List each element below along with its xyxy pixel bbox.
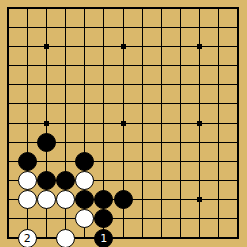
black-stone xyxy=(75,152,94,171)
star-point xyxy=(44,121,49,126)
black-stone xyxy=(75,190,94,209)
grid-line-horizontal xyxy=(7,161,239,162)
star-point xyxy=(197,44,202,49)
grid-line-vertical xyxy=(161,7,162,239)
white-stone xyxy=(56,229,75,247)
star-point xyxy=(197,121,202,126)
black-stone xyxy=(114,190,133,209)
black-stone xyxy=(94,190,113,209)
grid-line-vertical xyxy=(218,7,219,239)
black-stone xyxy=(94,209,113,228)
move-number-label: 2 xyxy=(24,233,31,244)
star-point xyxy=(197,197,202,202)
grid-line-vertical xyxy=(180,7,181,239)
grid-line-horizontal xyxy=(7,237,239,239)
star-point xyxy=(44,44,49,49)
white-stone xyxy=(56,190,75,209)
black-stone xyxy=(56,171,75,190)
grid-line-vertical xyxy=(142,7,143,239)
black-stone xyxy=(37,171,56,190)
grid-line-vertical xyxy=(237,7,239,239)
black-stone: 1 xyxy=(94,229,113,247)
white-stone xyxy=(37,190,56,209)
white-stone xyxy=(18,171,37,190)
white-stone xyxy=(75,209,94,228)
black-stone xyxy=(37,133,56,152)
star-point xyxy=(121,121,126,126)
white-stone: 2 xyxy=(18,229,37,247)
grid-line-horizontal xyxy=(7,218,239,219)
white-stone xyxy=(75,171,94,190)
go-board: 21 xyxy=(0,0,247,247)
move-number-label: 1 xyxy=(100,233,107,244)
white-stone xyxy=(18,190,37,209)
black-stone xyxy=(18,152,37,171)
star-point xyxy=(121,44,126,49)
